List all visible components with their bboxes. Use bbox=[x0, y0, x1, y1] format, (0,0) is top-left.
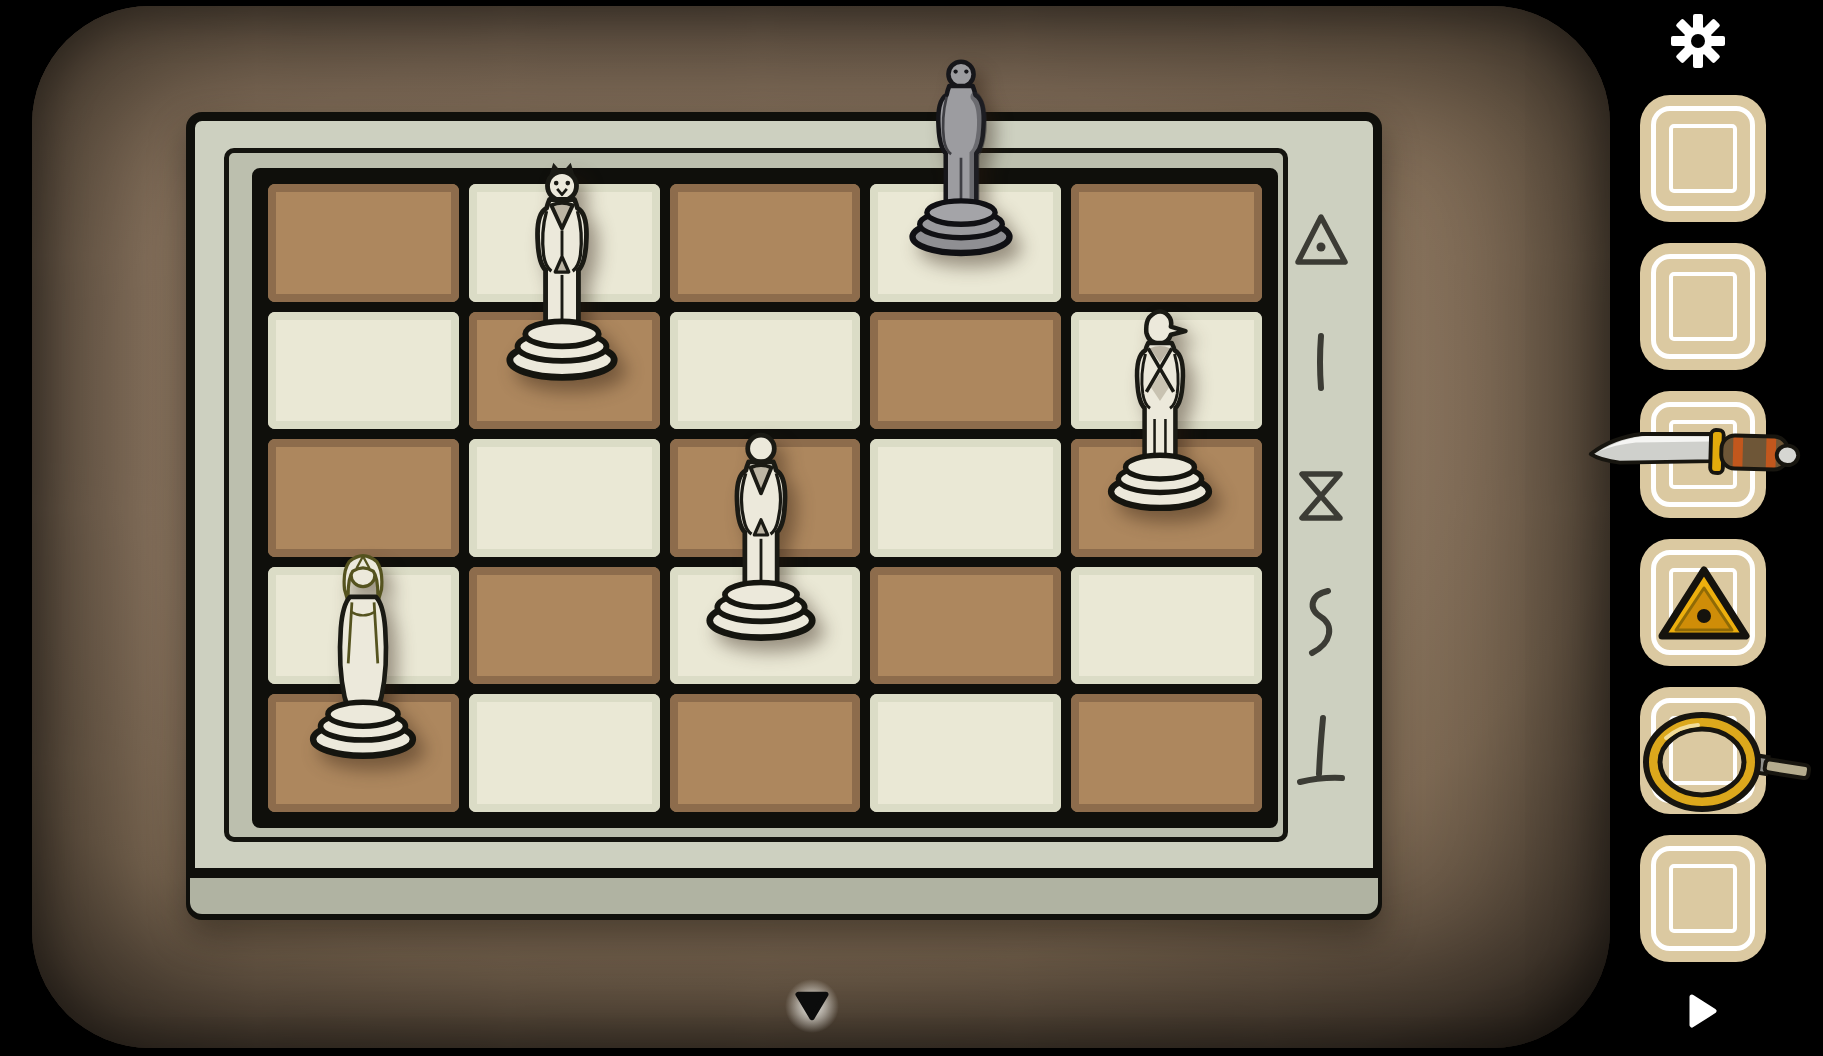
s-curve-symbol bbox=[1290, 585, 1352, 659]
cell-c1[interactable] bbox=[670, 694, 861, 812]
triangle-dot-symbol bbox=[1290, 210, 1352, 272]
cell-c4[interactable] bbox=[670, 312, 861, 430]
cell-e1[interactable] bbox=[1071, 694, 1262, 812]
inventory-slot-1[interactable] bbox=[1640, 95, 1766, 222]
knife-item[interactable] bbox=[1585, 424, 1809, 478]
cell-c5[interactable] bbox=[670, 184, 861, 302]
inverted-t-symbol bbox=[1290, 712, 1352, 788]
cell-d3[interactable] bbox=[870, 439, 1061, 557]
play-button[interactable] bbox=[1688, 993, 1718, 1029]
triangle-amulet-icon bbox=[1656, 564, 1752, 648]
cell-a3[interactable] bbox=[268, 439, 459, 557]
down-arrow-button[interactable] bbox=[784, 978, 840, 1034]
piece-woman[interactable] bbox=[304, 547, 422, 765]
cell-d1[interactable] bbox=[870, 694, 1061, 812]
cell-e2[interactable] bbox=[1071, 567, 1262, 685]
cell-d4[interactable] bbox=[870, 312, 1061, 430]
inventory-slot-2[interactable] bbox=[1640, 243, 1766, 370]
hourglass-symbol bbox=[1290, 467, 1352, 525]
cell-b3[interactable] bbox=[469, 439, 660, 557]
cell-b1[interactable] bbox=[469, 694, 660, 812]
cell-a5[interactable] bbox=[268, 184, 459, 302]
inventory-slot-6[interactable] bbox=[1640, 835, 1766, 962]
piece-bird-man[interactable] bbox=[1105, 303, 1215, 517]
cell-e5[interactable] bbox=[1071, 184, 1262, 302]
play-icon bbox=[1688, 993, 1718, 1029]
piece-owl-man[interactable] bbox=[504, 158, 620, 388]
piece-man[interactable] bbox=[704, 421, 818, 649]
piece-gray-man[interactable] bbox=[906, 50, 1016, 262]
magnifying-glass-item[interactable] bbox=[1640, 708, 1812, 818]
cell-a4[interactable] bbox=[268, 312, 459, 430]
game-screen bbox=[0, 0, 1823, 1056]
cell-d2[interactable] bbox=[870, 567, 1061, 685]
board-front-edge bbox=[190, 868, 1378, 914]
cell-b2[interactable] bbox=[469, 567, 660, 685]
line-symbol bbox=[1290, 330, 1352, 394]
settings-button[interactable] bbox=[1670, 13, 1726, 69]
down-arrow-icon bbox=[792, 988, 832, 1024]
gear-icon bbox=[1670, 13, 1726, 69]
magnifying-glass-icon bbox=[1640, 708, 1812, 818]
knife-icon bbox=[1585, 424, 1809, 478]
triangle-amulet-item[interactable] bbox=[1656, 564, 1752, 648]
